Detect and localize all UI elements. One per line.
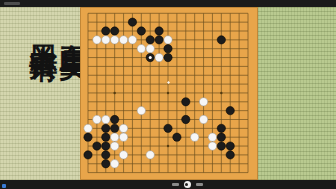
white-stone	[111, 133, 119, 141]
black-stone	[226, 142, 234, 150]
white-stone	[111, 142, 119, 150]
taskbar-accent-dot	[2, 184, 6, 188]
black-stone	[84, 133, 92, 141]
white-stone	[93, 36, 101, 44]
black-stone	[102, 151, 110, 159]
white-stone	[137, 107, 145, 115]
white-stone	[146, 151, 154, 159]
black-stone	[93, 142, 101, 150]
black-stone	[102, 124, 110, 132]
dash-icon[interactable]	[172, 183, 179, 186]
window-title-smudge	[4, 2, 20, 5]
go-board[interactable]	[80, 7, 258, 180]
white-stone	[164, 36, 172, 44]
board-grid	[80, 7, 258, 180]
black-stone	[102, 133, 110, 141]
white-stone	[119, 124, 127, 132]
black-stone	[182, 98, 190, 106]
black-stone	[111, 124, 119, 132]
white-stone	[102, 115, 110, 123]
white-stone	[84, 124, 92, 132]
white-stone	[119, 151, 127, 159]
white-stone	[137, 45, 145, 53]
black-stone	[164, 53, 172, 61]
black-stone	[217, 124, 225, 132]
black-stone	[128, 18, 136, 26]
black-stone	[173, 133, 181, 141]
white-stone	[93, 115, 101, 123]
white-stone	[199, 98, 207, 106]
white-stone	[111, 36, 119, 44]
black-stone	[217, 36, 225, 44]
bottom-toolbar	[0, 180, 336, 189]
black-stone	[102, 160, 110, 168]
window-titlebar[interactable]	[0, 0, 336, 7]
black-stone	[137, 27, 145, 35]
black-stone	[84, 151, 92, 159]
black-stone	[102, 27, 110, 35]
black-stone	[226, 151, 234, 159]
black-stone	[111, 27, 119, 35]
black-stone	[226, 107, 234, 115]
black-stone	[146, 36, 154, 44]
black-stone	[111, 115, 119, 123]
app-window: 黑申真谞 白王星昊 徐老师围棋教室	[0, 0, 336, 189]
white-stone	[102, 36, 110, 44]
white-stone	[208, 133, 216, 141]
white-stone	[155, 53, 163, 61]
black-stone	[155, 36, 163, 44]
white-stone	[199, 115, 207, 123]
black-player-name: 黑申真谞	[28, 22, 58, 34]
black-stone	[102, 142, 110, 150]
right-panel: 徐老师围棋教室	[258, 7, 336, 180]
white-stone	[191, 133, 199, 141]
last-move-marker	[149, 56, 152, 59]
players-panel: 黑申真谞 白王星昊	[0, 7, 80, 180]
black-stone	[217, 133, 225, 141]
white-stone	[111, 160, 119, 168]
white-stone	[119, 133, 127, 141]
white-stone	[128, 36, 136, 44]
white-stone	[146, 45, 154, 53]
black-stone	[182, 115, 190, 123]
dash-icon[interactable]	[196, 183, 203, 186]
white-stone	[119, 36, 127, 44]
white-stone	[208, 142, 216, 150]
black-stone	[164, 45, 172, 53]
black-stone	[155, 27, 163, 35]
black-stone	[217, 142, 225, 150]
black-stone	[164, 124, 172, 132]
yin-yang-disc-icon[interactable]	[184, 181, 191, 188]
